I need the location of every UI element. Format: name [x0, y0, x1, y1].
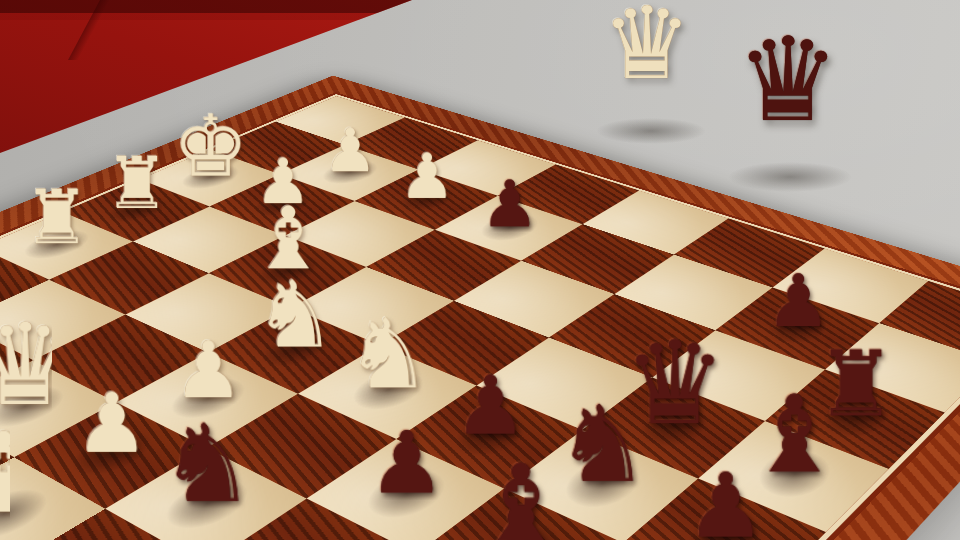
extra-white-queen-piece[interactable]: ♛: [602, 0, 692, 94]
white-queen-piece[interactable]: ♛: [0, 309, 75, 422]
extra-black-queen-shadow: [728, 162, 852, 192]
white-king-piece[interactable]: ♚: [172, 104, 248, 189]
black-pawn-piece[interactable]: ♟: [453, 365, 526, 446]
white-pawn-piece[interactable]: ♟: [399, 145, 455, 207]
white-bishop-piece[interactable]: ♝: [0, 418, 53, 529]
black-pawn-piece[interactable]: ♟: [367, 420, 444, 506]
black-pawn-piece[interactable]: ♟: [685, 461, 765, 540]
white-pawn-piece[interactable]: ♟: [74, 382, 148, 465]
extra-white-queen-shadow: [596, 118, 706, 144]
white-rook-piece[interactable]: ♜: [23, 180, 90, 255]
white-pawn-piece[interactable]: ♟: [323, 120, 377, 180]
white-rook-piece[interactable]: ♜: [104, 148, 168, 220]
black-knight-piece[interactable]: ♞: [158, 411, 255, 519]
black-bishop-piece[interactable]: ♝: [469, 450, 572, 540]
extra-black-queen-piece[interactable]: ♛: [736, 22, 840, 138]
black-pawn-piece[interactable]: ♟: [480, 171, 538, 236]
chess-photo-scene: ♟♜♜♚♟♟♛♝♟♝♟♟♞♟♞♞♟♟♝♞♛♟♚♟♝♜ ♛ ♛: [0, 0, 960, 540]
white-knight-piece[interactable]: ♞: [345, 307, 431, 403]
black-pawn-piece[interactable]: ♟: [765, 264, 830, 337]
white-pawn-piece[interactable]: ♟: [173, 331, 243, 409]
white-knight-piece[interactable]: ♞: [253, 269, 336, 361]
